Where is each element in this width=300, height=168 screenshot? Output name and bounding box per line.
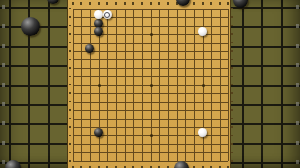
bg-coordinate-tick: [2, 83, 5, 87]
coordinate-tick: [231, 109, 234, 111]
coordinate-tick: [231, 135, 234, 137]
coordinate-tick: [69, 42, 72, 44]
coordinate-tick: [227, 2, 229, 5]
coordinate-tick: [115, 166, 117, 168]
coordinate-tick: [132, 166, 134, 168]
coordinate-tick: [106, 166, 108, 168]
coordinate-tick: [69, 50, 72, 52]
coordinate-tick: [231, 92, 234, 94]
coordinate-tick: [231, 160, 234, 162]
bg-coordinate-tick: [2, 121, 5, 125]
coordinate-tick: [219, 2, 221, 5]
coordinate-tick: [69, 76, 72, 78]
grid-line: [73, 102, 229, 103]
coordinate-tick: [167, 166, 169, 168]
coordinate-tick: [231, 76, 234, 78]
bg-coordinate-tick: [296, 160, 299, 164]
bg-coordinate-tick: [296, 44, 299, 48]
coordinate-tick: [69, 33, 72, 35]
coordinate-tick: [69, 143, 72, 145]
star-point: [150, 33, 153, 36]
coordinate-tick: [69, 16, 72, 18]
coordinate-tick: [167, 2, 169, 5]
coordinate-tick: [231, 16, 234, 18]
coordinate-tick: [141, 2, 143, 5]
bg-coordinate-tick: [296, 63, 299, 67]
coordinate-tick: [69, 59, 72, 61]
coordinate-tick: [106, 2, 108, 5]
coordinate-tick: [89, 166, 91, 168]
coordinate-tick: [69, 160, 72, 162]
coordinate-tick: [69, 126, 72, 128]
bg-coordinate-tick: [296, 141, 299, 145]
coordinate-tick: [69, 67, 72, 69]
coordinate-tick: [141, 166, 143, 168]
last-move-marker: [104, 12, 110, 18]
bg-coordinate-tick: [296, 5, 299, 9]
bg-coordinate-tick: [296, 102, 299, 106]
grid-line: [73, 59, 229, 60]
coordinate-tick: [158, 166, 160, 168]
coordinate-tick: [184, 2, 186, 5]
coordinate-tick: [231, 118, 234, 120]
coordinate-tick: [80, 166, 82, 168]
coordinate-tick: [231, 101, 234, 103]
coordinate-tick: [231, 59, 234, 61]
coordinate-tick: [219, 166, 221, 168]
bg-coordinate-tick: [296, 24, 299, 28]
coordinate-tick: [231, 25, 234, 27]
grid-line: [73, 152, 229, 153]
coordinate-tick: [69, 135, 72, 137]
coordinate-tick: [69, 25, 72, 27]
coordinate-tick: [124, 166, 126, 168]
coordinate-tick: [150, 2, 152, 5]
coordinate-tick: [69, 152, 72, 154]
coordinate-tick: [69, 109, 72, 111]
coordinate-tick: [69, 101, 72, 103]
coordinate-tick: [184, 166, 186, 168]
star-point: [150, 84, 153, 87]
coordinate-tick: [69, 8, 72, 10]
grid-line: [73, 68, 229, 69]
bg-coordinate-tick: [2, 63, 5, 67]
coordinate-tick: [69, 84, 72, 86]
grid-line: [73, 76, 229, 77]
grid-line: [228, 9, 229, 161]
bg-coordinate-tick: [2, 24, 5, 28]
coordinate-tick: [176, 2, 178, 5]
coordinate-tick: [193, 166, 195, 168]
coordinate-tick: [231, 50, 234, 52]
coordinate-tick: [158, 2, 160, 5]
coordinate-tick: [72, 2, 74, 5]
coordinate-tick: [231, 8, 234, 10]
bg-coordinate-tick: [2, 102, 5, 106]
coordinate-tick: [69, 118, 72, 120]
coordinate-tick: [231, 152, 234, 154]
coordinate-tick: [202, 2, 204, 5]
coordinate-tick: [89, 2, 91, 5]
coordinate-tick: [98, 166, 100, 168]
star-point: [202, 84, 205, 87]
bg-coordinate-tick: [296, 83, 299, 87]
star-point: [98, 84, 101, 87]
coordinate-tick: [210, 166, 212, 168]
white-stone-Q16: [198, 27, 207, 36]
grid-line: [73, 51, 229, 52]
coordinate-tick: [98, 2, 100, 5]
grid-line: [73, 93, 229, 94]
coordinate-tick: [69, 92, 72, 94]
grid-line: [73, 43, 229, 44]
coordinate-tick: [231, 33, 234, 35]
coordinate-tick: [124, 2, 126, 5]
grid-line: [73, 161, 229, 162]
bg-coordinate-tick: [2, 44, 5, 48]
coordinate-tick: [227, 166, 229, 168]
grid-line: [73, 119, 229, 120]
coordinate-tick: [231, 42, 234, 44]
coordinate-tick: [193, 2, 195, 5]
coordinate-tick: [231, 84, 234, 86]
coordinate-tick: [231, 126, 234, 128]
bg-coordinate-tick: [2, 5, 5, 9]
bg-coordinate-tick: [2, 160, 5, 164]
coordinate-tick: [231, 67, 234, 69]
grid-line: [73, 110, 229, 111]
coordinate-tick: [132, 2, 134, 5]
coordinate-tick: [231, 143, 234, 145]
white-stone-E18: [103, 10, 112, 19]
coordinate-tick: [72, 166, 74, 168]
coordinate-tick: [202, 166, 204, 168]
coordinate-tick: [115, 2, 117, 5]
bg-coordinate-tick: [2, 141, 5, 145]
coordinate-tick: [80, 2, 82, 5]
app-window: [0, 0, 300, 168]
coordinate-tick: [150, 166, 152, 168]
grid-line: [73, 144, 229, 145]
coordinate-tick: [210, 2, 212, 5]
main-goban[interactable]: [67, 0, 231, 168]
coordinate-tick: [176, 166, 178, 168]
bg-coordinate-tick: [296, 121, 299, 125]
